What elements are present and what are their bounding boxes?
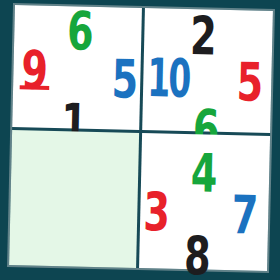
tile-tl-left-number: 9: [21, 43, 49, 97]
tile-tr-top-number: 2: [189, 9, 217, 63]
tile-top-right[interactable]: 2 10 5 6: [142, 8, 273, 133]
puzzle-board: 6 9 5 1 2 10 5 6 4 3 7 8: [9, 5, 273, 271]
tile-tl-right-number: 5: [111, 52, 139, 106]
tile-tr-right-number: 5: [236, 55, 264, 109]
empty-cell[interactable]: [9, 130, 139, 268]
tile-br-left-number: 3: [143, 185, 171, 239]
tile-top-left[interactable]: 6 9 5 1: [12, 5, 142, 130]
tile-bottom-right[interactable]: 4 3 7 8: [139, 133, 270, 271]
tile-tl-top-number: 6: [66, 4, 94, 58]
tile-br-right-number: 7: [231, 188, 259, 242]
tile-br-top-number: 4: [190, 146, 218, 200]
tile-br-bottom-number: 8: [183, 229, 211, 280]
tile-tr-left-number: 10: [147, 51, 190, 105]
